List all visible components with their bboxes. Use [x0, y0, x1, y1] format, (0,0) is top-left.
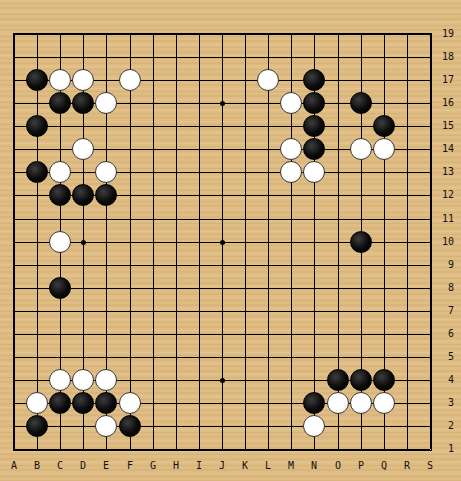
white-stone[interactable]: [49, 161, 71, 183]
row-label: 2: [436, 420, 454, 432]
row-label: 1: [436, 443, 454, 455]
star-point: [220, 240, 225, 245]
column-label: K: [242, 460, 248, 472]
column-label: L: [265, 460, 271, 472]
black-stone[interactable]: [350, 231, 372, 253]
row-label: 17: [436, 74, 454, 86]
white-stone[interactable]: [373, 392, 395, 414]
black-stone[interactable]: [373, 369, 395, 391]
row-label: 3: [436, 397, 454, 409]
go-board-diagram: ABCDEFGHIJKLMNOPQRS 19181716151413121110…: [0, 0, 461, 481]
column-label: H: [173, 460, 179, 472]
white-stone[interactable]: [280, 161, 302, 183]
row-label: 10: [436, 236, 454, 248]
white-stone[interactable]: [49, 69, 71, 91]
black-stone[interactable]: [49, 392, 71, 414]
white-stone[interactable]: [350, 392, 372, 414]
white-stone[interactable]: [280, 92, 302, 114]
black-stone[interactable]: [72, 392, 94, 414]
column-label: B: [34, 460, 40, 472]
black-stone[interactable]: [327, 369, 349, 391]
white-stone[interactable]: [26, 392, 48, 414]
white-stone[interactable]: [119, 392, 141, 414]
star-point: [220, 101, 225, 106]
row-label: 14: [436, 143, 454, 155]
row-label: 5: [436, 351, 454, 363]
black-stone[interactable]: [26, 161, 48, 183]
column-label: Q: [381, 460, 387, 472]
column-label: C: [57, 460, 63, 472]
column-label: S: [427, 460, 433, 472]
white-stone[interactable]: [373, 138, 395, 160]
black-stone[interactable]: [49, 277, 71, 299]
row-label: 12: [436, 189, 454, 201]
column-label: J: [219, 460, 225, 472]
white-stone[interactable]: [72, 69, 94, 91]
black-stone[interactable]: [72, 92, 94, 114]
white-stone[interactable]: [49, 231, 71, 253]
white-stone[interactable]: [95, 415, 117, 437]
white-stone[interactable]: [303, 161, 325, 183]
black-stone[interactable]: [303, 115, 325, 137]
row-label: 18: [436, 51, 454, 63]
black-stone[interactable]: [303, 138, 325, 160]
row-label: 7: [436, 305, 454, 317]
column-label: D: [80, 460, 86, 472]
black-stone[interactable]: [373, 115, 395, 137]
row-label: 15: [436, 120, 454, 132]
black-stone[interactable]: [49, 92, 71, 114]
column-label: R: [404, 460, 410, 472]
black-stone[interactable]: [350, 92, 372, 114]
black-stone[interactable]: [95, 392, 117, 414]
white-stone[interactable]: [280, 138, 302, 160]
white-stone[interactable]: [95, 369, 117, 391]
white-stone[interactable]: [303, 415, 325, 437]
black-stone[interactable]: [26, 415, 48, 437]
column-label: F: [127, 460, 133, 472]
row-label: 13: [436, 166, 454, 178]
star-point: [81, 240, 86, 245]
column-label: G: [150, 460, 156, 472]
black-stone[interactable]: [26, 115, 48, 137]
row-label: 6: [436, 328, 454, 340]
white-stone[interactable]: [72, 369, 94, 391]
black-stone[interactable]: [119, 415, 141, 437]
column-label: N: [311, 460, 317, 472]
black-stone[interactable]: [72, 184, 94, 206]
black-stone[interactable]: [350, 369, 372, 391]
white-stone[interactable]: [49, 369, 71, 391]
row-label: 8: [436, 282, 454, 294]
column-label: I: [196, 460, 202, 472]
black-stone[interactable]: [303, 69, 325, 91]
white-stone[interactable]: [350, 138, 372, 160]
black-stone[interactable]: [303, 92, 325, 114]
column-label: A: [11, 460, 17, 472]
row-label: 16: [436, 97, 454, 109]
white-stone[interactable]: [95, 92, 117, 114]
black-stone[interactable]: [49, 184, 71, 206]
black-stone[interactable]: [303, 392, 325, 414]
column-label: E: [103, 460, 109, 472]
white-stone[interactable]: [119, 69, 141, 91]
white-stone[interactable]: [95, 161, 117, 183]
black-stone[interactable]: [95, 184, 117, 206]
column-label: P: [358, 460, 364, 472]
row-label: 11: [436, 213, 454, 225]
white-stone[interactable]: [257, 69, 279, 91]
black-stone[interactable]: [26, 69, 48, 91]
column-label: O: [335, 460, 341, 472]
row-label: 19: [436, 28, 454, 40]
star-point: [220, 378, 225, 383]
row-label: 4: [436, 374, 454, 386]
white-stone[interactable]: [327, 392, 349, 414]
row-label: 9: [436, 259, 454, 271]
column-label: M: [288, 460, 294, 472]
white-stone[interactable]: [72, 138, 94, 160]
